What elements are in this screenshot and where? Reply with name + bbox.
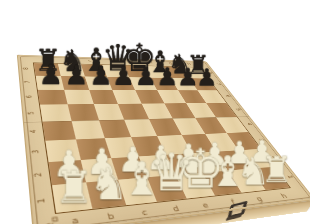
white-rook[interactable]: ♜ xyxy=(34,146,114,210)
coordinate-label: 7 xyxy=(207,81,230,87)
coordinate-label: b xyxy=(92,208,130,224)
brand-stamp-icon xyxy=(36,216,60,224)
coordinate-label: d xyxy=(158,201,194,217)
coordinate-label: 8 xyxy=(199,70,221,75)
coordinate-label: a xyxy=(55,212,95,224)
square-b6[interactable] xyxy=(64,90,93,105)
coordinate-label: g xyxy=(243,192,276,206)
coordinate-label: 7 xyxy=(14,79,41,86)
coordinate-label: 8 xyxy=(13,65,39,71)
coordinate-label: 6 xyxy=(216,93,239,99)
square-a1[interactable]: ♜ xyxy=(52,183,92,213)
product-photo: abcdefgh abcdefgh 87654321 87654321 ♜♞♝♛… xyxy=(0,0,310,224)
coordinate-label: c xyxy=(126,205,163,222)
square-d6[interactable] xyxy=(112,90,141,104)
square-a5[interactable] xyxy=(40,104,71,121)
square-d5[interactable] xyxy=(118,104,149,120)
square-c5[interactable] xyxy=(93,104,124,120)
board-squares: ♜♞♝♛♚♝♞♜♟♟♟♟♟♟♟♟♟♟♟♟♟♟♟♟♜♞♝♛♚♝♞♜ xyxy=(33,63,291,215)
chess-board: abcdefgh abcdefgh 87654321 87654321 ♜♞♝♛… xyxy=(17,55,310,224)
square-a6[interactable] xyxy=(38,89,68,104)
square-b5[interactable] xyxy=(67,104,98,121)
coordinate-label: 5 xyxy=(226,106,250,113)
